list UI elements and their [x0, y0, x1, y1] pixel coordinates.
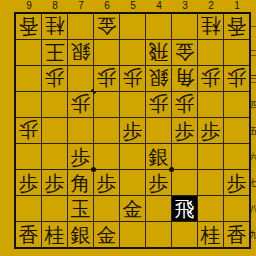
square-91-香[interactable]: 香: [16, 14, 41, 39]
square-13-歩[interactable]: 歩: [224, 66, 249, 91]
star-point: [169, 167, 174, 172]
square-18-empty[interactable]: [224, 196, 249, 221]
square-34-歩[interactable]: 歩: [172, 92, 197, 117]
square-24-empty[interactable]: [198, 92, 223, 117]
square-38-飛[interactable]: 飛: [172, 196, 197, 221]
square-23-歩[interactable]: 歩: [198, 66, 223, 91]
file-label-9: 9: [16, 0, 42, 12]
file-label-5: 5: [120, 0, 146, 12]
square-22-empty[interactable]: [198, 40, 223, 65]
square-59-empty[interactable]: [120, 222, 145, 247]
square-78-玉[interactable]: 玉: [68, 196, 93, 221]
square-88-empty[interactable]: [42, 196, 67, 221]
square-46-銀[interactable]: 銀: [146, 144, 171, 169]
square-43-銀[interactable]: 銀: [146, 66, 171, 91]
square-27-empty[interactable]: [198, 170, 223, 195]
square-37-empty[interactable]: [172, 170, 197, 195]
file-label-8: 8: [42, 0, 68, 12]
square-65-empty[interactable]: [94, 118, 119, 143]
square-21-桂[interactable]: 桂: [198, 14, 223, 39]
square-15-empty[interactable]: [224, 118, 249, 143]
square-33-角[interactable]: 角: [172, 66, 197, 91]
square-71-empty[interactable]: [68, 14, 93, 39]
square-79-銀[interactable]: 銀: [68, 222, 93, 247]
star-point: [91, 167, 96, 172]
square-51-empty[interactable]: [120, 14, 145, 39]
shogi-app: 987654321 一二三四五六七八九 香桂金桂香王銀飛金歩歩歩銀角歩歩歩歩歩歩…: [0, 0, 256, 256]
square-39-empty[interactable]: [172, 222, 197, 247]
square-54-empty[interactable]: [120, 92, 145, 117]
square-42-飛[interactable]: 飛: [146, 40, 171, 65]
square-95-歩[interactable]: 歩: [16, 118, 41, 143]
square-94-empty[interactable]: [16, 92, 41, 117]
square-82-王[interactable]: 王: [42, 40, 67, 65]
shogi-board: 香桂金桂香王銀飛金歩歩歩銀角歩歩歩歩歩歩歩歩歩歩銀歩歩角歩歩歩玉金飛香桂銀金桂香: [14, 12, 251, 249]
square-61-金[interactable]: 金: [94, 14, 119, 39]
square-66-empty[interactable]: [94, 144, 119, 169]
square-76-歩[interactable]: 歩: [68, 144, 93, 169]
square-73-empty[interactable]: [68, 66, 93, 91]
square-16-empty[interactable]: [224, 144, 249, 169]
square-86-empty[interactable]: [42, 144, 67, 169]
file-labels: 987654321: [16, 0, 250, 12]
square-45-empty[interactable]: [146, 118, 171, 143]
square-74-歩[interactable]: 歩: [68, 92, 93, 117]
square-49-empty[interactable]: [146, 222, 171, 247]
file-label-3: 3: [172, 0, 198, 12]
square-52-empty[interactable]: [120, 40, 145, 65]
square-62-empty[interactable]: [94, 40, 119, 65]
square-29-桂[interactable]: 桂: [198, 222, 223, 247]
square-12-empty[interactable]: [224, 40, 249, 65]
square-97-歩[interactable]: 歩: [16, 170, 41, 195]
square-93-empty[interactable]: [16, 66, 41, 91]
square-11-香[interactable]: 香: [224, 14, 249, 39]
file-label-1: 1: [224, 0, 250, 12]
square-55-歩[interactable]: 歩: [120, 118, 145, 143]
square-17-歩[interactable]: 歩: [224, 170, 249, 195]
square-75-empty[interactable]: [68, 118, 93, 143]
square-85-empty[interactable]: [42, 118, 67, 143]
square-87-歩[interactable]: 歩: [42, 170, 67, 195]
square-32-金[interactable]: 金: [172, 40, 197, 65]
square-53-歩[interactable]: 歩: [120, 66, 145, 91]
square-83-歩[interactable]: 歩: [42, 66, 67, 91]
file-label-2: 2: [198, 0, 224, 12]
square-25-歩[interactable]: 歩: [198, 118, 223, 143]
square-72-銀[interactable]: 銀: [68, 40, 93, 65]
square-64-empty[interactable]: [94, 92, 119, 117]
square-89-桂[interactable]: 桂: [42, 222, 67, 247]
square-36-empty[interactable]: [172, 144, 197, 169]
square-31-empty[interactable]: [172, 14, 197, 39]
square-81-桂[interactable]: 桂: [42, 14, 67, 39]
square-58-金[interactable]: 金: [120, 196, 145, 221]
square-68-empty[interactable]: [94, 196, 119, 221]
square-99-香[interactable]: 香: [16, 222, 41, 247]
square-96-empty[interactable]: [16, 144, 41, 169]
square-84-empty[interactable]: [42, 92, 67, 117]
square-77-角[interactable]: 角: [68, 170, 93, 195]
square-92-empty[interactable]: [16, 40, 41, 65]
square-56-empty[interactable]: [120, 144, 145, 169]
square-41-empty[interactable]: [146, 14, 171, 39]
square-57-empty[interactable]: [120, 170, 145, 195]
square-44-歩[interactable]: 歩: [146, 92, 171, 117]
square-26-empty[interactable]: [198, 144, 223, 169]
square-48-empty[interactable]: [146, 196, 171, 221]
file-label-7: 7: [68, 0, 94, 12]
square-35-歩[interactable]: 歩: [172, 118, 197, 143]
square-19-香[interactable]: 香: [224, 222, 249, 247]
square-63-歩[interactable]: 歩: [94, 66, 119, 91]
square-14-empty[interactable]: [224, 92, 249, 117]
square-28-empty[interactable]: [198, 196, 223, 221]
square-67-歩[interactable]: 歩: [94, 170, 119, 195]
square-98-empty[interactable]: [16, 196, 41, 221]
square-47-歩[interactable]: 歩: [146, 170, 171, 195]
file-label-6: 6: [94, 0, 120, 12]
file-label-4: 4: [146, 0, 172, 12]
square-69-金[interactable]: 金: [94, 222, 119, 247]
